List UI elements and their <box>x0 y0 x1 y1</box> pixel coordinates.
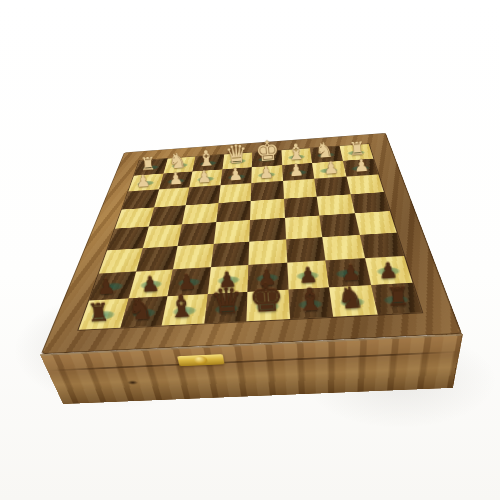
square-b4[interactable] <box>148 205 185 227</box>
square-a8[interactable]: ♜ <box>79 298 129 330</box>
board-grid[interactable]: ♜♞♝♛♚♝♞♜♟♟♟♟♟♟♟♟♟♟♟♟♟♟♟♟♜♞♝♛♚♝♞♜ <box>79 144 422 330</box>
square-b8[interactable]: ♞ <box>120 296 168 328</box>
square-e8[interactable]: ♚ <box>246 289 289 321</box>
black-bishop[interactable]: ♝ <box>295 283 325 316</box>
square-f8[interactable]: ♝ <box>288 287 333 319</box>
white-pawn[interactable]: ♟ <box>197 168 213 185</box>
black-rook[interactable]: ♜ <box>87 300 111 327</box>
wood-knot <box>127 380 138 384</box>
square-b5[interactable] <box>142 224 182 248</box>
white-pawn[interactable]: ♟ <box>168 170 183 187</box>
black-pawn[interactable]: ♟ <box>97 276 117 298</box>
brass-latch-icon[interactable] <box>177 354 224 366</box>
white-pawn[interactable]: ♟ <box>323 159 339 177</box>
square-b2[interactable]: ♟ <box>159 171 193 189</box>
photo-background: ♜♞♝♛♚♝♞♜♟♟♟♟♟♟♟♟♟♟♟♟♟♟♟♟♜♞♝♛♚♝♞♜ <box>0 0 500 500</box>
square-d8[interactable]: ♛ <box>204 291 248 323</box>
square-g6[interactable] <box>322 235 364 261</box>
square-g3[interactable] <box>314 177 350 197</box>
square-g4[interactable] <box>317 194 355 215</box>
square-c8[interactable]: ♝ <box>162 294 208 326</box>
chess-box-3d: ♜♞♝♛♚♝♞♜♟♟♟♟♟♟♟♟♟♟♟♟♟♟♟♟♜♞♝♛♚♝♞♜ <box>41 133 462 354</box>
square-d3[interactable] <box>218 183 251 203</box>
square-e3[interactable] <box>251 181 284 201</box>
black-pawn[interactable]: ♟ <box>377 259 398 281</box>
square-h3[interactable] <box>346 174 384 194</box>
square-h5[interactable] <box>354 211 396 235</box>
square-c4[interactable] <box>182 203 218 225</box>
white-pawn[interactable]: ♟ <box>259 164 275 181</box>
square-h6[interactable] <box>359 232 404 258</box>
black-knight[interactable]: ♞ <box>126 294 154 325</box>
square-c3[interactable] <box>186 185 220 205</box>
black-queen[interactable]: ♛ <box>209 283 243 320</box>
square-h4[interactable] <box>350 192 390 213</box>
white-pawn[interactable]: ♟ <box>353 157 369 175</box>
square-b6[interactable] <box>136 246 178 272</box>
square-c6[interactable] <box>173 244 213 270</box>
board-frame: ♜♞♝♛♚♝♞♜♟♟♟♟♟♟♟♟♟♟♟♟♟♟♟♟♜♞♝♛♚♝♞♜ <box>41 133 462 354</box>
white-king[interactable]: ♚ <box>255 137 281 166</box>
square-f4[interactable] <box>284 196 320 217</box>
chess-box: ♜♞♝♛♚♝♞♜♟♟♟♟♟♟♟♟♟♟♟♟♟♟♟♟♜♞♝♛♚♝♞♜ <box>82 52 417 387</box>
square-c2[interactable]: ♟ <box>189 169 222 187</box>
box-lid-seam <box>47 351 460 372</box>
square-h8[interactable]: ♜ <box>371 282 422 314</box>
square-f6[interactable] <box>286 237 326 263</box>
black-rook[interactable]: ♜ <box>385 284 411 312</box>
square-g5[interactable] <box>319 213 359 237</box>
square-d5[interactable] <box>213 220 250 244</box>
square-f5[interactable] <box>284 216 322 240</box>
square-d6[interactable] <box>210 241 249 267</box>
white-pawn[interactable]: ♟ <box>288 162 304 179</box>
black-knight[interactable]: ♞ <box>337 282 366 313</box>
square-f3[interactable] <box>283 179 317 199</box>
square-a5[interactable] <box>107 227 148 251</box>
square-c5[interactable] <box>178 222 216 246</box>
square-d2[interactable]: ♟ <box>220 167 252 185</box>
square-e4[interactable] <box>250 199 284 220</box>
square-d4[interactable] <box>216 201 251 222</box>
square-g2[interactable]: ♟ <box>312 161 346 179</box>
square-g8[interactable]: ♞ <box>329 285 377 317</box>
black-bishop[interactable]: ♝ <box>167 290 196 322</box>
black-king[interactable]: ♚ <box>248 278 285 318</box>
square-e5[interactable] <box>249 218 285 242</box>
white-pawn[interactable]: ♟ <box>227 166 243 183</box>
square-e6[interactable] <box>248 239 286 265</box>
white-pawn[interactable]: ♟ <box>136 173 151 190</box>
